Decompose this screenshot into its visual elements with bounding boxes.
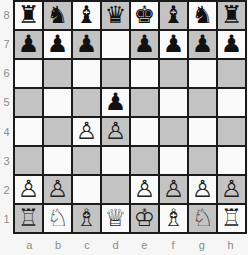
square-d5[interactable]: ♟ [102, 89, 129, 116]
piece-black-knight: ♞ [47, 2, 69, 29]
piece-white-knight: ♘ [47, 205, 69, 232]
square-a7[interactable]: ♟ [15, 31, 42, 58]
rank-label-1: 1 [0, 205, 13, 234]
square-g7[interactable]: ♟ [189, 31, 216, 58]
square-e6[interactable] [131, 60, 158, 87]
square-f6[interactable] [160, 60, 187, 87]
piece-black-rook: ♜ [18, 2, 40, 29]
square-d3[interactable] [102, 147, 129, 174]
square-h3[interactable] [218, 147, 245, 174]
piece-white-pawn: ♙ [76, 118, 98, 145]
file-label-f: f [159, 234, 188, 255]
square-h7[interactable]: ♟ [218, 31, 245, 58]
rank-labels: 87654321 [0, 0, 13, 234]
piece-black-pawn: ♟ [76, 31, 98, 58]
piece-black-bishop: ♝ [163, 2, 185, 29]
square-b1[interactable]: ♘ [44, 205, 71, 232]
piece-black-queen: ♛ [105, 2, 127, 29]
piece-white-pawn: ♙ [163, 176, 185, 203]
rank-label-6: 6 [0, 59, 13, 88]
square-a5[interactable] [15, 89, 42, 116]
square-c4[interactable]: ♙ [73, 118, 100, 145]
square-b8[interactable]: ♞ [44, 2, 71, 29]
file-label-b: b [44, 234, 73, 255]
piece-white-rook: ♖ [221, 205, 243, 232]
file-label-e: e [130, 234, 159, 255]
piece-white-bishop: ♗ [76, 205, 98, 232]
square-c7[interactable]: ♟ [73, 31, 100, 58]
square-d7[interactable] [102, 31, 129, 58]
square-f1[interactable]: ♗ [160, 205, 187, 232]
rank-label-4: 4 [0, 117, 13, 146]
square-g8[interactable]: ♞ [189, 2, 216, 29]
rank-label-3: 3 [0, 146, 13, 175]
square-g1[interactable]: ♘ [189, 205, 216, 232]
square-c2[interactable] [73, 176, 100, 203]
piece-white-pawn: ♙ [47, 176, 69, 203]
piece-white-knight: ♘ [192, 205, 214, 232]
square-c1[interactable]: ♗ [73, 205, 100, 232]
square-f3[interactable] [160, 147, 187, 174]
square-f4[interactable] [160, 118, 187, 145]
piece-black-pawn: ♟ [134, 31, 156, 58]
square-a8[interactable]: ♜ [15, 2, 42, 29]
piece-white-pawn: ♙ [134, 176, 156, 203]
square-b3[interactable] [44, 147, 71, 174]
square-e5[interactable] [131, 89, 158, 116]
square-f2[interactable]: ♙ [160, 176, 187, 203]
piece-white-rook: ♖ [18, 205, 40, 232]
piece-white-pawn: ♙ [105, 118, 127, 145]
square-a6[interactable] [15, 60, 42, 87]
square-b2[interactable]: ♙ [44, 176, 71, 203]
square-f8[interactable]: ♝ [160, 2, 187, 29]
square-c8[interactable]: ♝ [73, 2, 100, 29]
file-label-d: d [101, 234, 130, 255]
square-d2[interactable] [102, 176, 129, 203]
square-a2[interactable]: ♙ [15, 176, 42, 203]
piece-black-pawn: ♟ [47, 31, 69, 58]
square-h1[interactable]: ♖ [218, 205, 245, 232]
square-a1[interactable]: ♖ [15, 205, 42, 232]
piece-white-pawn: ♙ [18, 176, 40, 203]
piece-black-bishop: ♝ [76, 2, 98, 29]
piece-black-pawn: ♟ [163, 31, 185, 58]
square-h8[interactable]: ♜ [218, 2, 245, 29]
square-c6[interactable] [73, 60, 100, 87]
square-g3[interactable] [189, 147, 216, 174]
piece-black-king: ♚ [134, 2, 156, 29]
square-e2[interactable]: ♙ [131, 176, 158, 203]
square-b7[interactable]: ♟ [44, 31, 71, 58]
piece-white-pawn: ♙ [192, 176, 214, 203]
square-c5[interactable] [73, 89, 100, 116]
square-b6[interactable] [44, 60, 71, 87]
file-label-g: g [188, 234, 217, 255]
rank-label-2: 2 [0, 176, 13, 205]
square-d6[interactable] [102, 60, 129, 87]
file-label-c: c [73, 234, 102, 255]
file-label-h: h [216, 234, 245, 255]
square-g4[interactable] [189, 118, 216, 145]
square-a4[interactable] [15, 118, 42, 145]
chess-board: ♜♞♝♛♚♝♞♜♟♟♟♟♟♟♟♟♙♙♙♙♙♙♙♙♖♘♗♕♔♗♘♖ [13, 0, 247, 234]
square-f7[interactable]: ♟ [160, 31, 187, 58]
square-c3[interactable] [73, 147, 100, 174]
square-a3[interactable] [15, 147, 42, 174]
piece-black-knight: ♞ [192, 2, 214, 29]
rank-label-8: 8 [0, 0, 13, 29]
piece-black-pawn: ♟ [105, 89, 127, 116]
square-d1[interactable]: ♕ [102, 205, 129, 232]
square-g2[interactable]: ♙ [189, 176, 216, 203]
piece-white-bishop: ♗ [163, 205, 185, 232]
square-e3[interactable] [131, 147, 158, 174]
square-d4[interactable]: ♙ [102, 118, 129, 145]
piece-black-pawn: ♟ [192, 31, 214, 58]
piece-black-pawn: ♟ [18, 31, 40, 58]
piece-white-queen: ♕ [105, 205, 127, 232]
square-d8[interactable]: ♛ [102, 2, 129, 29]
square-e4[interactable] [131, 118, 158, 145]
file-labels: abcdefgh [15, 234, 245, 255]
square-b4[interactable] [44, 118, 71, 145]
square-e8[interactable]: ♚ [131, 2, 158, 29]
square-b5[interactable] [44, 89, 71, 116]
square-e1[interactable]: ♔ [131, 205, 158, 232]
square-g6[interactable] [189, 60, 216, 87]
piece-black-rook: ♜ [221, 2, 243, 29]
square-h6[interactable] [218, 60, 245, 87]
square-e7[interactable]: ♟ [131, 31, 158, 58]
rank-label-7: 7 [0, 29, 13, 58]
file-label-a: a [15, 234, 44, 255]
rank-label-5: 5 [0, 88, 13, 117]
square-h4[interactable] [218, 118, 245, 145]
piece-white-pawn: ♙ [221, 176, 243, 203]
chess-diagram: 87654321 ♜♞♝♛♚♝♞♜♟♟♟♟♟♟♟♟♙♙♙♙♙♙♙♙♖♘♗♕♔♗♘… [0, 0, 248, 234]
square-h2[interactable]: ♙ [218, 176, 245, 203]
piece-black-pawn: ♟ [221, 31, 243, 58]
square-f5[interactable] [160, 89, 187, 116]
square-h5[interactable] [218, 89, 245, 116]
piece-white-king: ♔ [134, 205, 156, 232]
square-g5[interactable] [189, 89, 216, 116]
